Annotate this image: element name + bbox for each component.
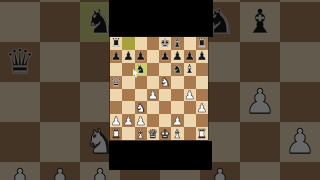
square-b4[interactable] xyxy=(122,89,134,102)
black-queen-piece: ♛ xyxy=(5,44,35,78)
white-pawn-piece: ♟ xyxy=(245,84,275,118)
square-b4 xyxy=(40,82,80,122)
black-bishop-piece: ♝ xyxy=(172,37,183,49)
square-g4: ♟ xyxy=(240,82,280,122)
black-pawn-piece: ♟ xyxy=(172,50,183,62)
white-pawn-piece: ♟ xyxy=(172,114,183,126)
square-a7[interactable]: ♟ xyxy=(110,50,122,63)
square-h6[interactable] xyxy=(196,63,208,76)
square-f3[interactable] xyxy=(171,101,183,114)
square-c7[interactable]: ♟ xyxy=(135,50,147,63)
square-a6 xyxy=(0,2,40,42)
white-pawn-piece: ♟ xyxy=(285,124,315,158)
square-g7[interactable]: ♟ xyxy=(184,50,196,63)
square-a8[interactable]: ♜ xyxy=(110,37,122,50)
square-d7[interactable] xyxy=(147,50,159,63)
square-d8[interactable] xyxy=(147,37,159,50)
black-bishop-piece: ♝ xyxy=(184,63,195,75)
square-f8[interactable]: ♝ xyxy=(171,37,183,50)
square-d3[interactable] xyxy=(147,101,159,114)
white-pawn-piece: ♟ xyxy=(123,114,134,126)
white-knight-piece: ♞ xyxy=(160,76,171,88)
square-a4[interactable] xyxy=(110,89,122,102)
square-b5[interactable] xyxy=(122,76,134,89)
square-d5[interactable] xyxy=(147,76,159,89)
white-pawn-piece: ♟ xyxy=(5,164,35,180)
square-c2[interactable]: ♟ xyxy=(135,114,147,127)
square-g2[interactable] xyxy=(184,114,196,127)
square-c3[interactable]: ♞ xyxy=(135,101,147,114)
square-a3[interactable] xyxy=(110,101,122,114)
letterbox-band-top xyxy=(109,0,213,37)
square-b1[interactable] xyxy=(122,127,134,140)
square-h3: ♟ xyxy=(280,122,320,162)
square-a6[interactable] xyxy=(110,63,122,76)
white-pawn-piece: ♟ xyxy=(45,164,75,180)
square-f1[interactable]: ♝ xyxy=(171,127,183,140)
square-f5[interactable] xyxy=(171,76,183,89)
black-pawn-piece: ♟ xyxy=(160,50,171,62)
square-c8[interactable] xyxy=(135,37,147,50)
white-rook-piece: ♜ xyxy=(111,127,122,139)
square-b7[interactable]: ♟ xyxy=(122,50,134,63)
square-g6[interactable]: ♝ xyxy=(184,63,196,76)
square-d4[interactable]: ♟ xyxy=(147,89,159,102)
white-pawn-piece: ♟ xyxy=(147,89,158,101)
square-g1[interactable] xyxy=(184,127,196,140)
square-g3 xyxy=(240,122,280,162)
square-h6 xyxy=(280,2,320,42)
black-pawn-piece: ♟ xyxy=(123,50,134,62)
square-b3[interactable] xyxy=(122,101,134,114)
white-pawn-piece: ♟ xyxy=(111,114,122,126)
square-f2[interactable]: ♟ xyxy=(171,114,183,127)
square-b8[interactable] xyxy=(122,37,134,50)
square-b6[interactable] xyxy=(122,63,134,76)
square-c1[interactable]: ♝ xyxy=(135,127,147,140)
square-h1[interactable]: ♜ xyxy=(196,127,208,140)
square-d1[interactable]: ♛ xyxy=(147,127,159,140)
black-pawn-piece: ♟ xyxy=(135,50,146,62)
letterbox-band-bottom xyxy=(109,141,212,170)
square-a1[interactable]: ♜ xyxy=(110,127,122,140)
square-g6: ♝ xyxy=(240,2,280,42)
square-g5[interactable] xyxy=(184,76,196,89)
square-h8[interactable]: ♜ xyxy=(196,37,208,50)
black-queen-piece: ♛ xyxy=(111,76,122,88)
black-king-piece: ♚ xyxy=(160,37,171,49)
square-f6[interactable]: ♞ xyxy=(171,63,183,76)
white-pawn-piece: ♟ xyxy=(135,114,146,126)
square-b2: ♟ xyxy=(40,162,80,180)
square-e1[interactable]: ♚ xyxy=(159,127,171,140)
square-f7[interactable]: ♟ xyxy=(171,50,183,63)
black-rook-piece: ♜ xyxy=(196,37,207,49)
white-king-piece: ♚ xyxy=(160,127,171,139)
square-e4[interactable] xyxy=(159,89,171,102)
square-e7[interactable]: ♟ xyxy=(159,50,171,63)
white-queen-piece: ♛ xyxy=(147,127,158,139)
video-frame: { "game": "chess", "position": { "fen": … xyxy=(0,0,320,180)
square-h4 xyxy=(280,82,320,122)
white-bishop-piece: ♝ xyxy=(172,127,183,139)
square-h3[interactable]: ♟ xyxy=(196,101,208,114)
white-pawn-piece: ♟ xyxy=(196,102,207,114)
white-rook-piece: ♜ xyxy=(196,127,207,139)
square-g8[interactable] xyxy=(184,37,196,50)
square-e6[interactable] xyxy=(159,63,171,76)
square-a5[interactable]: ♛ xyxy=(110,76,122,89)
square-a2: ♟ xyxy=(0,162,40,180)
square-e8[interactable]: ♚ xyxy=(159,37,171,50)
square-b3 xyxy=(40,122,80,162)
black-pawn-piece: ♟ xyxy=(111,50,122,62)
square-g3[interactable] xyxy=(184,101,196,114)
square-b6 xyxy=(40,2,80,42)
square-a3 xyxy=(0,122,40,162)
square-a2[interactable]: ♟ xyxy=(110,114,122,127)
black-rook-piece: ♜ xyxy=(111,37,122,49)
black-bishop-piece: ♝ xyxy=(245,4,275,38)
square-h2[interactable] xyxy=(196,114,208,127)
chess-board[interactable]: ♜♚♝♜♟♟♟♟♟♟♟♞♞♝♛♞♟♟♞♟♟♟♟♟♜♝♛♚♝♜ xyxy=(110,37,208,140)
white-bishop-piece: ♝ xyxy=(135,127,146,139)
square-h7[interactable]: ♟ xyxy=(196,50,208,63)
square-b2[interactable]: ♟ xyxy=(122,114,134,127)
square-a4 xyxy=(0,82,40,122)
white-knight-piece: ♞ xyxy=(135,102,146,114)
square-e5[interactable]: ♞ xyxy=(159,76,171,89)
square-d6[interactable] xyxy=(147,63,159,76)
square-d2[interactable] xyxy=(147,114,159,127)
square-h5 xyxy=(280,42,320,82)
square-g5 xyxy=(240,42,280,82)
square-g4[interactable]: ♟ xyxy=(184,89,196,102)
square-f4[interactable] xyxy=(171,89,183,102)
square-h2 xyxy=(280,162,320,180)
black-pawn-piece: ♟ xyxy=(184,50,195,62)
square-a5: ♛ xyxy=(0,42,40,82)
square-h4[interactable] xyxy=(196,89,208,102)
square-h5[interactable] xyxy=(196,76,208,89)
square-e2[interactable] xyxy=(159,114,171,127)
white-pawn-piece: ♟ xyxy=(184,89,195,101)
black-pawn-piece: ♟ xyxy=(196,50,207,62)
square-c4[interactable] xyxy=(135,89,147,102)
square-b5 xyxy=(40,42,80,82)
black-knight-piece: ♞ xyxy=(172,63,183,75)
square-g2 xyxy=(240,162,280,180)
square-e3[interactable] xyxy=(159,101,171,114)
